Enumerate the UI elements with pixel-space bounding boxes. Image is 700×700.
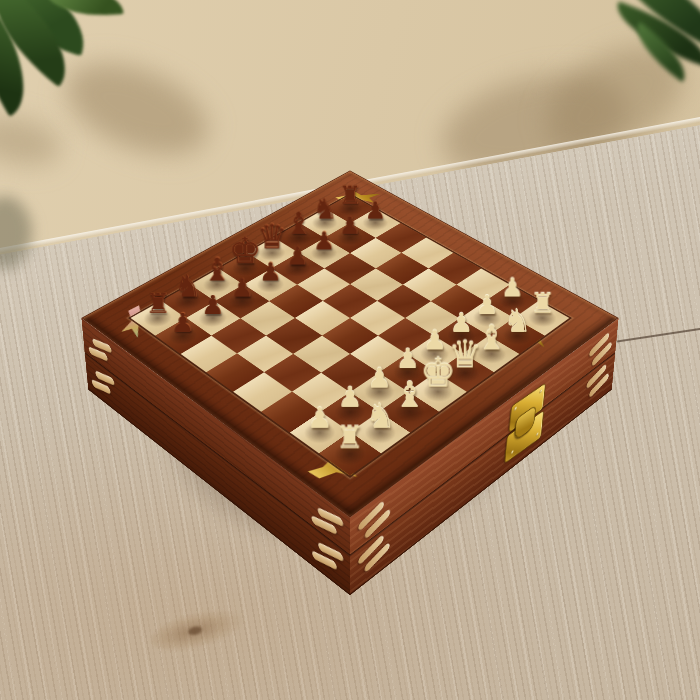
white-rook: ♜ (325, 402, 374, 454)
square-h1: ♜ (319, 432, 380, 475)
chess-box: ♜♟♟♜♞♟♟♞♝♟♟♝♛♟♟♛♚♟♟♚♝♟♟♝♞♟♟♞♜♟♟♜ (81, 170, 618, 517)
photo-stage: ♜♟♟♜♞♟♟♞♝♟♟♝♛♟♟♛♚♟♟♚♝♟♟♝♞♟♟♞♜♟♟♜ (0, 0, 700, 700)
black-pawn: ♟ (161, 289, 206, 336)
scene: ♜♟♟♜♞♟♟♞♝♟♟♝♛♟♟♛♚♟♟♚♝♟♟♝♞♟♟♞♜♟♟♜ (0, 0, 700, 700)
square-d1 (206, 354, 263, 392)
